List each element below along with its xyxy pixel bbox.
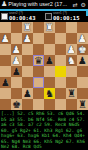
white-king: ♚ bbox=[78, 44, 87, 55]
white-pawn: ♟ bbox=[78, 33, 87, 44]
square-g4[interactable] bbox=[66, 66, 77, 77]
square-e5[interactable]: ♟ bbox=[44, 55, 55, 66]
square-a4[interactable] bbox=[0, 66, 11, 77]
black-pawn: ♟ bbox=[1, 77, 10, 88]
move-list-line: hxg6+ 63. hxg6 Kb1 64. Kh4 Qd4+ bbox=[1, 133, 87, 139]
square-h1[interactable]: ♜ bbox=[77, 99, 88, 110]
white-knight: ♞ bbox=[67, 55, 76, 66]
black-queen: ♛ bbox=[34, 55, 43, 66]
square-a7[interactable]: ♟ bbox=[0, 33, 11, 44]
square-h3[interactable] bbox=[77, 77, 88, 88]
square-e6[interactable] bbox=[44, 44, 55, 55]
square-f8[interactable] bbox=[55, 22, 66, 33]
white-rook: ♜ bbox=[23, 22, 32, 33]
square-g1[interactable] bbox=[66, 99, 77, 110]
square-d6[interactable] bbox=[33, 44, 44, 55]
square-c6[interactable] bbox=[22, 44, 33, 55]
square-g7[interactable] bbox=[66, 33, 77, 44]
move-list-line: a6 c3 58. a7 c2 59. Rec8 N6d5 bbox=[1, 122, 87, 128]
square-h2[interactable] bbox=[77, 88, 88, 99]
square-a3[interactable]: ♟ bbox=[0, 77, 11, 88]
square-b2[interactable] bbox=[11, 88, 22, 99]
square-c5[interactable] bbox=[22, 55, 33, 66]
square-f3[interactable] bbox=[55, 77, 66, 88]
square-a6[interactable] bbox=[0, 44, 11, 55]
square-b5[interactable]: ♟ bbox=[11, 55, 22, 66]
move-list-line: Ne2 68. Rc8 Qd5 bbox=[1, 144, 87, 150]
black-pawn: ♟ bbox=[23, 88, 32, 99]
square-b8[interactable] bbox=[11, 22, 22, 33]
square-e7[interactable] bbox=[44, 33, 55, 44]
square-e1[interactable] bbox=[44, 99, 55, 110]
white-pawn: ♟ bbox=[12, 44, 21, 55]
player-panels: user2 (?) 00:00:43 user1 (?) 00:00:15 bbox=[0, 11, 88, 22]
square-g5[interactable]: ♞ bbox=[66, 55, 77, 66]
black-pawn: ♟ bbox=[45, 55, 54, 66]
black-player-panel[interactable]: user1 (?) 00:00:15 bbox=[44, 11, 88, 22]
white-side-icon bbox=[1, 13, 8, 20]
network-indicator bbox=[86, 11, 88, 16]
square-b6[interactable]: ♟ bbox=[11, 44, 22, 55]
white-pawn: ♟ bbox=[23, 33, 32, 44]
square-h8[interactable] bbox=[77, 22, 88, 33]
white-pawn: ♟ bbox=[1, 33, 10, 44]
square-a5[interactable] bbox=[0, 55, 11, 66]
black-pawn: ♟ bbox=[12, 66, 21, 77]
square-d7[interactable] bbox=[33, 33, 44, 44]
square-h6[interactable]: ♚ bbox=[77, 44, 88, 55]
square-b7[interactable] bbox=[11, 33, 22, 44]
square-e8[interactable]: ♜ bbox=[44, 22, 55, 33]
square-d3[interactable] bbox=[33, 77, 44, 88]
square-h7[interactable]: ♟ bbox=[77, 33, 88, 44]
title-bar: ♟ Playing with user2 (17... ⇄ ⚙ bbox=[0, 0, 88, 9]
square-f7[interactable] bbox=[55, 33, 66, 44]
square-c8[interactable]: ♜ bbox=[22, 22, 33, 33]
square-d4[interactable] bbox=[33, 66, 44, 77]
settings-gear-icon[interactable]: ⚙ bbox=[80, 0, 87, 9]
square-f2[interactable] bbox=[55, 88, 66, 99]
white-player-panel[interactable]: user2 (?) 00:00:43 bbox=[0, 11, 44, 22]
square-d1[interactable] bbox=[33, 99, 44, 110]
square-g6[interactable]: ♟ bbox=[66, 44, 77, 55]
flip-board-icon[interactable]: ⇄ bbox=[72, 0, 79, 9]
square-b1[interactable]: ♚ bbox=[11, 99, 22, 110]
square-c1[interactable] bbox=[22, 99, 33, 110]
white-pawn: ♟ bbox=[67, 44, 76, 55]
move-list[interactable]: [...] 52. c5 Rh6 53. c6 Qd6 54.b5 a3 55.… bbox=[0, 110, 88, 150]
square-f5[interactable] bbox=[55, 55, 66, 66]
square-e2[interactable]: ♞ bbox=[44, 88, 55, 99]
square-c2[interactable]: ♟ bbox=[22, 88, 33, 99]
square-a8[interactable] bbox=[0, 22, 11, 33]
square-f1[interactable] bbox=[55, 99, 66, 110]
black-knight: ♞ bbox=[45, 88, 54, 99]
square-c7[interactable]: ♟ bbox=[22, 33, 33, 44]
square-f6[interactable] bbox=[55, 44, 66, 55]
square-c3[interactable] bbox=[22, 77, 33, 88]
black-player-clock: 00:00:15 bbox=[53, 16, 80, 22]
square-d8[interactable] bbox=[33, 22, 44, 33]
square-g3[interactable] bbox=[66, 77, 77, 88]
square-h5[interactable]: ♟ bbox=[77, 55, 88, 66]
white-player-clock: 00:00:43 bbox=[9, 16, 36, 22]
black-rook: ♜ bbox=[67, 88, 76, 99]
square-g8[interactable] bbox=[66, 22, 77, 33]
square-b4[interactable]: ♟ bbox=[11, 66, 22, 77]
black-side-icon bbox=[45, 13, 52, 20]
square-d2[interactable] bbox=[33, 88, 44, 99]
square-a2[interactable] bbox=[0, 88, 11, 99]
square-e4[interactable] bbox=[44, 66, 55, 77]
chess-board[interactable]: ♜♜♟♟♟♟♟♚♟♛♟♞♟♟♟♟♞♜♚♜ bbox=[0, 22, 88, 110]
window-title: Playing with user2 (17... bbox=[8, 0, 70, 9]
black-pawn: ♟ bbox=[78, 55, 87, 66]
white-pawn: ♟ bbox=[12, 55, 21, 66]
square-b3[interactable] bbox=[11, 77, 22, 88]
white-rook: ♜ bbox=[45, 22, 54, 33]
app-icon: ♟ bbox=[1, 0, 7, 9]
square-f4[interactable] bbox=[55, 66, 66, 77]
black-king: ♚ bbox=[12, 99, 21, 110]
square-a1[interactable] bbox=[0, 99, 11, 110]
black-rook: ♜ bbox=[78, 99, 87, 110]
move-list-line: [...] 52. c5 Rh6 53. c6 Qd6 54. bbox=[1, 111, 87, 117]
square-d5[interactable]: ♛ bbox=[33, 55, 44, 66]
square-c4[interactable] bbox=[22, 66, 33, 77]
square-e3[interactable] bbox=[44, 77, 55, 88]
square-h4[interactable] bbox=[77, 66, 88, 77]
square-g2[interactable]: ♜ bbox=[66, 88, 77, 99]
